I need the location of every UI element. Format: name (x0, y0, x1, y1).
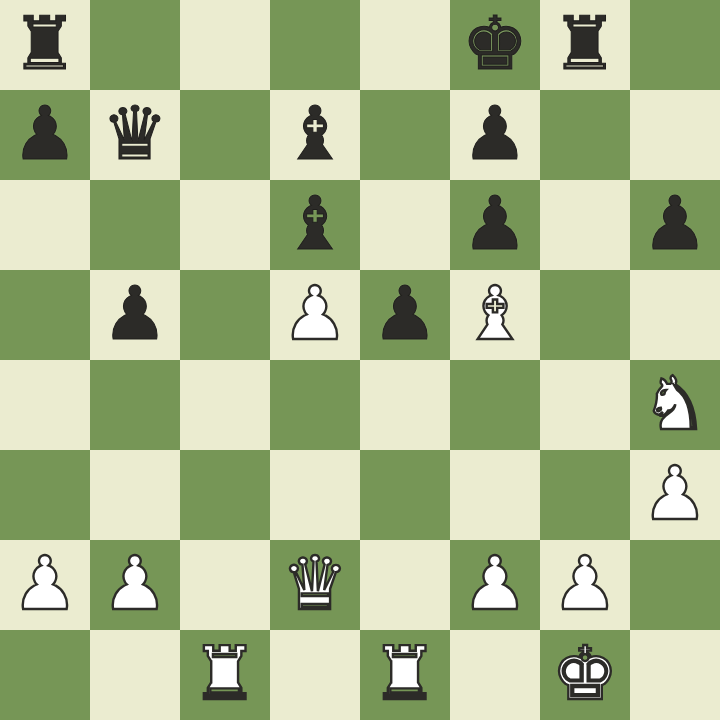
white-pawn-g2[interactable]: ♟ (552, 546, 618, 620)
square-f7[interactable]: ♟ (450, 90, 540, 180)
white-king-g1[interactable]: ♚ (552, 636, 618, 710)
square-g8[interactable]: ♜ (540, 0, 630, 90)
square-c8[interactable] (180, 0, 270, 90)
square-a3[interactable] (0, 450, 90, 540)
black-rook-a8[interactable]: ♜ (12, 6, 78, 80)
square-h8[interactable] (630, 0, 720, 90)
black-pawn-a7[interactable]: ♟ (12, 96, 78, 170)
square-d7[interactable]: ♝ (270, 90, 360, 180)
square-f2[interactable]: ♟ (450, 540, 540, 630)
white-pawn-b2[interactable]: ♟ (102, 546, 168, 620)
square-g5[interactable] (540, 270, 630, 360)
square-a1[interactable] (0, 630, 90, 720)
chess-board: ♜♚♜♟♛♝♟♝♟♟♟♟♟♝♞♟♟♟♛♟♟♜♜♚ (0, 0, 720, 720)
black-pawn-h6[interactable]: ♟ (642, 186, 708, 260)
square-h6[interactable]: ♟ (630, 180, 720, 270)
square-h7[interactable] (630, 90, 720, 180)
black-pawn-f7[interactable]: ♟ (462, 96, 528, 170)
square-c3[interactable] (180, 450, 270, 540)
square-c5[interactable] (180, 270, 270, 360)
square-c6[interactable] (180, 180, 270, 270)
black-bishop-d6[interactable]: ♝ (282, 186, 348, 260)
black-pawn-e5[interactable]: ♟ (372, 276, 438, 350)
square-h2[interactable] (630, 540, 720, 630)
black-rook-g8[interactable]: ♜ (552, 6, 618, 80)
square-f4[interactable] (450, 360, 540, 450)
square-d8[interactable] (270, 0, 360, 90)
square-h3[interactable]: ♟ (630, 450, 720, 540)
square-e7[interactable] (360, 90, 450, 180)
square-f1[interactable] (450, 630, 540, 720)
square-a8[interactable]: ♜ (0, 0, 90, 90)
square-f6[interactable]: ♟ (450, 180, 540, 270)
square-e6[interactable] (360, 180, 450, 270)
square-a7[interactable]: ♟ (0, 90, 90, 180)
white-queen-d2[interactable]: ♛ (282, 546, 348, 620)
square-e2[interactable] (360, 540, 450, 630)
white-knight-h4[interactable]: ♞ (642, 366, 708, 440)
square-a6[interactable] (0, 180, 90, 270)
square-g7[interactable] (540, 90, 630, 180)
square-a4[interactable] (0, 360, 90, 450)
square-e1[interactable]: ♜ (360, 630, 450, 720)
square-c4[interactable] (180, 360, 270, 450)
black-queen-b7[interactable]: ♛ (102, 96, 168, 170)
square-b4[interactable] (90, 360, 180, 450)
square-a2[interactable]: ♟ (0, 540, 90, 630)
black-bishop-d7[interactable]: ♝ (282, 96, 348, 170)
white-pawn-d5[interactable]: ♟ (282, 276, 348, 350)
black-pawn-b5[interactable]: ♟ (102, 276, 168, 350)
white-rook-c1[interactable]: ♜ (192, 636, 258, 710)
square-f5[interactable]: ♝ (450, 270, 540, 360)
square-g3[interactable] (540, 450, 630, 540)
square-f3[interactable] (450, 450, 540, 540)
square-d6[interactable]: ♝ (270, 180, 360, 270)
square-h4[interactable]: ♞ (630, 360, 720, 450)
square-d4[interactable] (270, 360, 360, 450)
square-c2[interactable] (180, 540, 270, 630)
square-b2[interactable]: ♟ (90, 540, 180, 630)
square-c7[interactable] (180, 90, 270, 180)
black-pawn-f6[interactable]: ♟ (462, 186, 528, 260)
square-h5[interactable] (630, 270, 720, 360)
white-bishop-f5[interactable]: ♝ (462, 276, 528, 350)
square-b5[interactable]: ♟ (90, 270, 180, 360)
square-d2[interactable]: ♛ (270, 540, 360, 630)
square-d5[interactable]: ♟ (270, 270, 360, 360)
square-b1[interactable] (90, 630, 180, 720)
white-rook-e1[interactable]: ♜ (372, 636, 438, 710)
square-g6[interactable] (540, 180, 630, 270)
square-c1[interactable]: ♜ (180, 630, 270, 720)
square-a5[interactable] (0, 270, 90, 360)
black-king-f8[interactable]: ♚ (462, 6, 528, 80)
square-e4[interactable] (360, 360, 450, 450)
square-g2[interactable]: ♟ (540, 540, 630, 630)
square-d3[interactable] (270, 450, 360, 540)
square-e8[interactable] (360, 0, 450, 90)
white-pawn-a2[interactable]: ♟ (12, 546, 78, 620)
square-b6[interactable] (90, 180, 180, 270)
square-b8[interactable] (90, 0, 180, 90)
square-e5[interactable]: ♟ (360, 270, 450, 360)
square-h1[interactable] (630, 630, 720, 720)
square-g1[interactable]: ♚ (540, 630, 630, 720)
white-pawn-f2[interactable]: ♟ (462, 546, 528, 620)
square-e3[interactable] (360, 450, 450, 540)
square-f8[interactable]: ♚ (450, 0, 540, 90)
square-b3[interactable] (90, 450, 180, 540)
white-pawn-h3[interactable]: ♟ (642, 456, 708, 530)
square-b7[interactable]: ♛ (90, 90, 180, 180)
square-g4[interactable] (540, 360, 630, 450)
square-d1[interactable] (270, 630, 360, 720)
